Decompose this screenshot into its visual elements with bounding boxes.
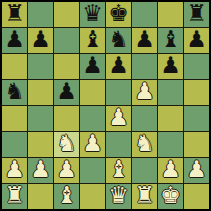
square-d3[interactable]: ♟	[80, 132, 105, 157]
square-c3[interactable]: ♞	[54, 132, 79, 157]
square-b5[interactable]	[28, 80, 53, 105]
square-a5[interactable]: ♞	[2, 80, 27, 105]
piece-black-queen: ♛	[82, 2, 103, 25]
square-h3[interactable]	[184, 132, 209, 157]
square-g2[interactable]: ♟	[158, 158, 183, 183]
square-b8[interactable]	[28, 2, 53, 27]
square-f3[interactable]: ♞	[132, 132, 157, 157]
piece-black-rook: ♜	[186, 2, 207, 25]
square-b6[interactable]	[28, 54, 53, 79]
square-a7[interactable]: ♟	[2, 28, 27, 53]
square-e3[interactable]	[106, 132, 131, 157]
piece-white-knight: ♞	[134, 132, 155, 155]
square-f7[interactable]: ♟	[132, 28, 157, 53]
square-f1[interactable]: ♜	[132, 184, 157, 209]
piece-black-pawn: ♟	[186, 28, 207, 51]
square-g8[interactable]	[158, 2, 183, 27]
square-g4[interactable]	[158, 106, 183, 131]
square-h2[interactable]: ♟	[184, 158, 209, 183]
piece-black-bishop: ♝	[160, 28, 181, 51]
square-h1[interactable]	[184, 184, 209, 209]
square-b3[interactable]	[28, 132, 53, 157]
square-a2[interactable]: ♟	[2, 158, 27, 183]
square-c1[interactable]: ♝	[54, 184, 79, 209]
piece-white-pawn: ♟	[56, 158, 77, 181]
square-h6[interactable]	[184, 54, 209, 79]
square-e1[interactable]: ♛	[106, 184, 131, 209]
piece-black-pawn: ♟	[82, 54, 103, 77]
square-d5[interactable]	[80, 80, 105, 105]
square-h4[interactable]	[184, 106, 209, 131]
piece-white-pawn: ♟	[134, 80, 155, 103]
square-e6[interactable]: ♟	[106, 54, 131, 79]
piece-white-pawn: ♟	[82, 132, 103, 155]
square-a6[interactable]	[2, 54, 27, 79]
square-b1[interactable]	[28, 184, 53, 209]
square-a1[interactable]: ♜	[2, 184, 27, 209]
square-c2[interactable]: ♟	[54, 158, 79, 183]
piece-black-pawn: ♟	[134, 28, 155, 51]
square-c8[interactable]	[54, 2, 79, 27]
piece-white-rook: ♜	[4, 184, 25, 207]
square-d2[interactable]	[80, 158, 105, 183]
square-c7[interactable]	[54, 28, 79, 53]
piece-white-pawn: ♟	[30, 158, 51, 181]
square-e7[interactable]: ♞	[106, 28, 131, 53]
square-b2[interactable]: ♟	[28, 158, 53, 183]
piece-black-bishop: ♝	[82, 28, 103, 51]
square-f8[interactable]	[132, 2, 157, 27]
piece-white-king: ♚	[160, 184, 181, 207]
piece-white-bishop: ♝	[56, 184, 77, 207]
square-a4[interactable]	[2, 106, 27, 131]
piece-black-king: ♚	[108, 2, 129, 25]
square-f4[interactable]	[132, 106, 157, 131]
square-g5[interactable]	[158, 80, 183, 105]
piece-black-knight: ♞	[108, 28, 129, 51]
square-b7[interactable]: ♟	[28, 28, 53, 53]
square-f5[interactable]: ♟	[132, 80, 157, 105]
square-d6[interactable]: ♟	[80, 54, 105, 79]
square-e2[interactable]: ♝	[106, 158, 131, 183]
square-f2[interactable]	[132, 158, 157, 183]
piece-white-queen: ♛	[108, 184, 129, 207]
square-d8[interactable]: ♛	[80, 2, 105, 27]
piece-white-pawn: ♟	[186, 158, 207, 181]
square-d1[interactable]	[80, 184, 105, 209]
square-g7[interactable]: ♝	[158, 28, 183, 53]
piece-white-pawn: ♟	[160, 158, 181, 181]
piece-black-rook: ♜	[4, 2, 25, 25]
square-e5[interactable]	[106, 80, 131, 105]
square-a8[interactable]: ♜	[2, 2, 27, 27]
piece-white-bishop: ♝	[108, 158, 129, 181]
square-g1[interactable]: ♚	[158, 184, 183, 209]
square-g6[interactable]: ♟	[158, 54, 183, 79]
square-e8[interactable]: ♚	[106, 2, 131, 27]
square-g3[interactable]	[158, 132, 183, 157]
square-a3[interactable]	[2, 132, 27, 157]
chess-board: ♜♛♚♜♟♟♝♞♟♝♟♟♟♟♞♟♟♟♞♟♞♟♟♟♝♟♟♜♝♛♜♚	[0, 0, 211, 211]
piece-white-rook: ♜	[134, 184, 155, 207]
square-h7[interactable]: ♟	[184, 28, 209, 53]
square-d7[interactable]: ♝	[80, 28, 105, 53]
piece-black-pawn: ♟	[30, 28, 51, 51]
square-b4[interactable]	[28, 106, 53, 131]
piece-white-pawn: ♟	[4, 158, 25, 181]
square-c6[interactable]	[54, 54, 79, 79]
piece-black-pawn: ♟	[160, 54, 181, 77]
piece-white-pawn: ♟	[108, 106, 129, 129]
square-h5[interactable]	[184, 80, 209, 105]
square-c4[interactable]	[54, 106, 79, 131]
piece-white-knight: ♞	[56, 132, 77, 155]
piece-black-knight: ♞	[4, 80, 25, 103]
square-f6[interactable]	[132, 54, 157, 79]
piece-black-pawn: ♟	[4, 28, 25, 51]
square-d4[interactable]	[80, 106, 105, 131]
square-e4[interactable]: ♟	[106, 106, 131, 131]
square-h8[interactable]: ♜	[184, 2, 209, 27]
piece-black-pawn: ♟	[108, 54, 129, 77]
square-c5[interactable]: ♟	[54, 80, 79, 105]
piece-black-pawn: ♟	[56, 80, 77, 103]
